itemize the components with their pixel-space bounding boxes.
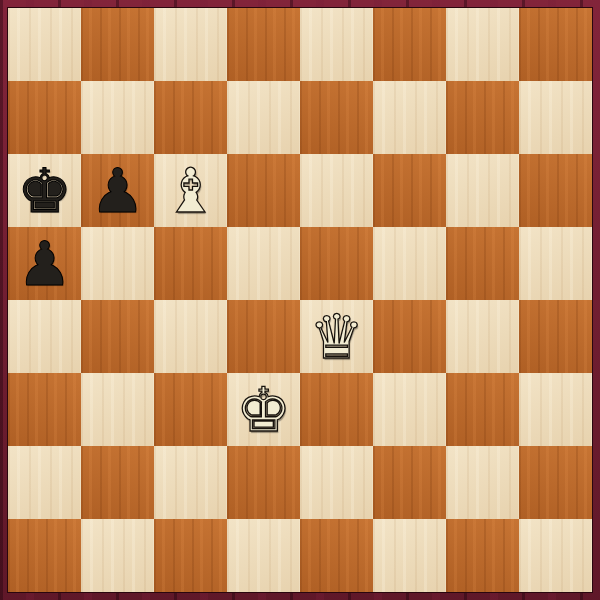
square-g8[interactable] bbox=[446, 8, 519, 81]
square-a1[interactable] bbox=[8, 519, 81, 592]
square-b3[interactable] bbox=[81, 373, 154, 446]
square-f4[interactable] bbox=[373, 300, 446, 373]
square-c8[interactable] bbox=[154, 8, 227, 81]
square-a3[interactable] bbox=[8, 373, 81, 446]
square-g1[interactable] bbox=[446, 519, 519, 592]
square-c3[interactable] bbox=[154, 373, 227, 446]
square-c6[interactable]: ♝ bbox=[154, 154, 227, 227]
square-h8[interactable] bbox=[519, 8, 592, 81]
square-h3[interactable] bbox=[519, 373, 592, 446]
square-c7[interactable] bbox=[154, 81, 227, 154]
square-a5[interactable]: ♟ bbox=[8, 227, 81, 300]
square-h4[interactable] bbox=[519, 300, 592, 373]
square-b7[interactable] bbox=[81, 81, 154, 154]
square-d2[interactable] bbox=[227, 446, 300, 519]
square-f2[interactable] bbox=[373, 446, 446, 519]
square-h7[interactable] bbox=[519, 81, 592, 154]
square-a8[interactable] bbox=[8, 8, 81, 81]
square-b8[interactable] bbox=[81, 8, 154, 81]
white-king[interactable]: ♚ bbox=[236, 373, 291, 446]
square-a4[interactable] bbox=[8, 300, 81, 373]
square-e3[interactable] bbox=[300, 373, 373, 446]
square-a7[interactable] bbox=[8, 81, 81, 154]
square-h5[interactable] bbox=[519, 227, 592, 300]
square-h6[interactable] bbox=[519, 154, 592, 227]
chess-board-frame: ♚♟♝♟♛♚ bbox=[0, 0, 600, 600]
square-e4[interactable]: ♛ bbox=[300, 300, 373, 373]
square-g7[interactable] bbox=[446, 81, 519, 154]
square-h1[interactable] bbox=[519, 519, 592, 592]
square-e1[interactable] bbox=[300, 519, 373, 592]
square-f5[interactable] bbox=[373, 227, 446, 300]
square-e7[interactable] bbox=[300, 81, 373, 154]
square-d1[interactable] bbox=[227, 519, 300, 592]
white-queen[interactable]: ♛ bbox=[309, 300, 364, 373]
square-d6[interactable] bbox=[227, 154, 300, 227]
square-e2[interactable] bbox=[300, 446, 373, 519]
square-a2[interactable] bbox=[8, 446, 81, 519]
black-pawn[interactable]: ♟ bbox=[17, 227, 72, 300]
black-king[interactable]: ♚ bbox=[17, 154, 72, 227]
square-h2[interactable] bbox=[519, 446, 592, 519]
square-b6[interactable]: ♟ bbox=[81, 154, 154, 227]
square-g4[interactable] bbox=[446, 300, 519, 373]
square-e8[interactable] bbox=[300, 8, 373, 81]
square-e5[interactable] bbox=[300, 227, 373, 300]
square-b2[interactable] bbox=[81, 446, 154, 519]
square-f1[interactable] bbox=[373, 519, 446, 592]
square-g3[interactable] bbox=[446, 373, 519, 446]
square-e6[interactable] bbox=[300, 154, 373, 227]
square-g6[interactable] bbox=[446, 154, 519, 227]
white-bishop[interactable]: ♝ bbox=[163, 154, 218, 227]
square-c4[interactable] bbox=[154, 300, 227, 373]
square-b1[interactable] bbox=[81, 519, 154, 592]
square-b4[interactable] bbox=[81, 300, 154, 373]
square-c1[interactable] bbox=[154, 519, 227, 592]
square-d3[interactable]: ♚ bbox=[227, 373, 300, 446]
square-d7[interactable] bbox=[227, 81, 300, 154]
square-d5[interactable] bbox=[227, 227, 300, 300]
square-b5[interactable] bbox=[81, 227, 154, 300]
square-c2[interactable] bbox=[154, 446, 227, 519]
square-d8[interactable] bbox=[227, 8, 300, 81]
square-c5[interactable] bbox=[154, 227, 227, 300]
square-f6[interactable] bbox=[373, 154, 446, 227]
square-f8[interactable] bbox=[373, 8, 446, 81]
square-f7[interactable] bbox=[373, 81, 446, 154]
chess-board: ♚♟♝♟♛♚ bbox=[8, 8, 592, 592]
square-g2[interactable] bbox=[446, 446, 519, 519]
square-g5[interactable] bbox=[446, 227, 519, 300]
square-a6[interactable]: ♚ bbox=[8, 154, 81, 227]
square-f3[interactable] bbox=[373, 373, 446, 446]
black-pawn[interactable]: ♟ bbox=[90, 154, 145, 227]
square-d4[interactable] bbox=[227, 300, 300, 373]
